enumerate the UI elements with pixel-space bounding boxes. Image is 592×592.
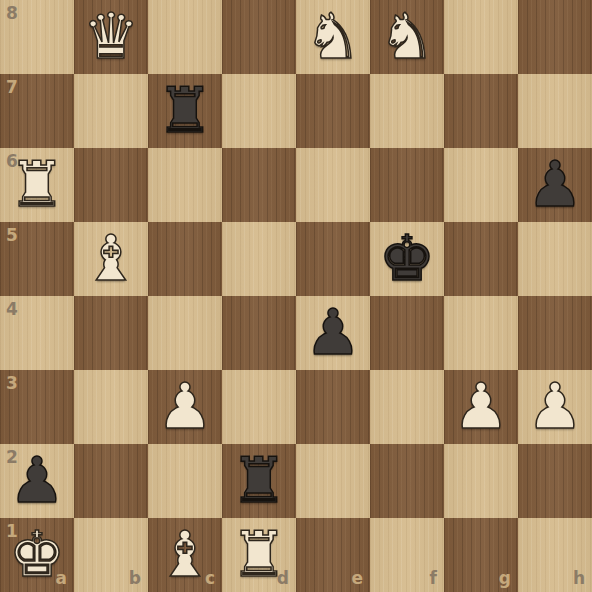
square-c3[interactable]: ♟ bbox=[148, 370, 222, 444]
white-queen-b8[interactable]: ♛ bbox=[83, 5, 139, 68]
square-d4[interactable] bbox=[222, 296, 296, 370]
rank-label-3: 3 bbox=[6, 375, 18, 392]
square-c8[interactable] bbox=[148, 0, 222, 74]
square-c1[interactable]: c♝ bbox=[148, 518, 222, 592]
square-b6[interactable] bbox=[74, 148, 148, 222]
rank-label-8: 8 bbox=[6, 5, 18, 22]
square-a6[interactable]: 6♜ bbox=[0, 148, 74, 222]
square-b4[interactable] bbox=[74, 296, 148, 370]
square-f8[interactable]: ♞ bbox=[370, 0, 444, 74]
square-h4[interactable] bbox=[518, 296, 592, 370]
square-f3[interactable] bbox=[370, 370, 444, 444]
square-f1[interactable]: f bbox=[370, 518, 444, 592]
square-e6[interactable] bbox=[296, 148, 370, 222]
white-bishop-c1[interactable]: ♝ bbox=[157, 523, 213, 586]
square-c2[interactable] bbox=[148, 444, 222, 518]
square-g2[interactable] bbox=[444, 444, 518, 518]
square-e4[interactable]: ♟ bbox=[296, 296, 370, 370]
white-knight-f8[interactable]: ♞ bbox=[379, 5, 435, 68]
square-f5[interactable]: ♚ bbox=[370, 222, 444, 296]
square-c6[interactable] bbox=[148, 148, 222, 222]
white-knight-e8[interactable]: ♞ bbox=[305, 5, 361, 68]
rank-label-4: 4 bbox=[6, 301, 18, 318]
square-a5[interactable]: 5 bbox=[0, 222, 74, 296]
square-b8[interactable]: ♛ bbox=[74, 0, 148, 74]
black-rook-d2[interactable]: ♜ bbox=[231, 449, 287, 512]
square-c4[interactable] bbox=[148, 296, 222, 370]
square-b3[interactable] bbox=[74, 370, 148, 444]
square-g7[interactable] bbox=[444, 74, 518, 148]
square-d3[interactable] bbox=[222, 370, 296, 444]
square-b5[interactable]: ♝ bbox=[74, 222, 148, 296]
square-a7[interactable]: 7 bbox=[0, 74, 74, 148]
white-rook-a6[interactable]: ♜ bbox=[9, 153, 65, 216]
square-d6[interactable] bbox=[222, 148, 296, 222]
square-e3[interactable] bbox=[296, 370, 370, 444]
square-d2[interactable]: ♜ bbox=[222, 444, 296, 518]
square-b7[interactable] bbox=[74, 74, 148, 148]
square-g3[interactable]: ♟ bbox=[444, 370, 518, 444]
square-e7[interactable] bbox=[296, 74, 370, 148]
file-label-h: h bbox=[573, 570, 585, 587]
chess-board: 8♛♞♞7♜6♜♟5♝♚4♟3♟♟♟2♟♜1a♚bc♝d♜efgh bbox=[0, 0, 592, 592]
file-label-f: f bbox=[430, 570, 437, 587]
square-g8[interactable] bbox=[444, 0, 518, 74]
square-e8[interactable]: ♞ bbox=[296, 0, 370, 74]
square-h1[interactable]: h bbox=[518, 518, 592, 592]
chess-board-container: 8♛♞♞7♜6♜♟5♝♚4♟3♟♟♟2♟♜1a♚bc♝d♜efgh bbox=[0, 0, 592, 592]
white-king-a1[interactable]: ♚ bbox=[9, 523, 65, 586]
square-h6[interactable]: ♟ bbox=[518, 148, 592, 222]
square-b1[interactable]: b bbox=[74, 518, 148, 592]
square-f6[interactable] bbox=[370, 148, 444, 222]
file-label-e: e bbox=[351, 570, 363, 587]
square-h8[interactable] bbox=[518, 0, 592, 74]
square-a2[interactable]: 2♟ bbox=[0, 444, 74, 518]
square-d8[interactable] bbox=[222, 0, 296, 74]
white-pawn-c3[interactable]: ♟ bbox=[157, 375, 213, 438]
square-e1[interactable]: e bbox=[296, 518, 370, 592]
square-g4[interactable] bbox=[444, 296, 518, 370]
square-c7[interactable]: ♜ bbox=[148, 74, 222, 148]
square-g5[interactable] bbox=[444, 222, 518, 296]
square-a8[interactable]: 8 bbox=[0, 0, 74, 74]
square-d1[interactable]: d♜ bbox=[222, 518, 296, 592]
rank-label-5: 5 bbox=[6, 227, 18, 244]
square-g1[interactable]: g bbox=[444, 518, 518, 592]
square-g6[interactable] bbox=[444, 148, 518, 222]
square-h3[interactable]: ♟ bbox=[518, 370, 592, 444]
square-a1[interactable]: 1a♚ bbox=[0, 518, 74, 592]
square-e5[interactable] bbox=[296, 222, 370, 296]
black-pawn-e4[interactable]: ♟ bbox=[305, 301, 361, 364]
black-pawn-h6[interactable]: ♟ bbox=[527, 153, 583, 216]
white-bishop-b5[interactable]: ♝ bbox=[83, 227, 139, 290]
square-e2[interactable] bbox=[296, 444, 370, 518]
black-king-f5[interactable]: ♚ bbox=[379, 227, 435, 290]
square-a4[interactable]: 4 bbox=[0, 296, 74, 370]
square-h2[interactable] bbox=[518, 444, 592, 518]
file-label-g: g bbox=[499, 570, 511, 587]
square-c5[interactable] bbox=[148, 222, 222, 296]
square-h7[interactable] bbox=[518, 74, 592, 148]
black-pawn-a2[interactable]: ♟ bbox=[9, 449, 65, 512]
square-d5[interactable] bbox=[222, 222, 296, 296]
white-pawn-g3[interactable]: ♟ bbox=[453, 375, 509, 438]
black-rook-c7[interactable]: ♜ bbox=[157, 79, 213, 142]
square-f2[interactable] bbox=[370, 444, 444, 518]
square-d7[interactable] bbox=[222, 74, 296, 148]
rank-label-7: 7 bbox=[6, 79, 18, 96]
square-f7[interactable] bbox=[370, 74, 444, 148]
square-a3[interactable]: 3 bbox=[0, 370, 74, 444]
square-b2[interactable] bbox=[74, 444, 148, 518]
white-pawn-h3[interactable]: ♟ bbox=[527, 375, 583, 438]
file-label-b: b bbox=[129, 570, 141, 587]
square-h5[interactable] bbox=[518, 222, 592, 296]
white-rook-d1[interactable]: ♜ bbox=[231, 523, 287, 586]
square-f4[interactable] bbox=[370, 296, 444, 370]
